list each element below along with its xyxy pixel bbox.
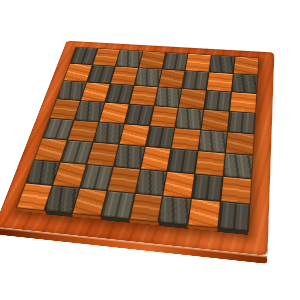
square-e2[interactable] [135, 170, 166, 196]
photo-background [0, 0, 300, 300]
square-g2[interactable] [192, 175, 222, 201]
square-d6[interactable] [130, 86, 158, 106]
square-h3[interactable] [224, 154, 253, 179]
square-h4[interactable] [226, 132, 254, 155]
square-f8[interactable] [186, 54, 211, 72]
square-h5[interactable] [228, 111, 255, 133]
square-g7[interactable] [207, 72, 233, 91]
chess-board[interactable] [0, 41, 274, 256]
square-d3[interactable] [114, 145, 145, 169]
square-g1[interactable] [189, 199, 220, 227]
square-g6[interactable] [205, 90, 231, 110]
square-g8[interactable] [210, 55, 235, 73]
square-e4[interactable] [145, 126, 174, 148]
square-f3[interactable] [168, 149, 198, 173]
square-f2[interactable] [164, 172, 195, 198]
square-h8[interactable] [234, 57, 259, 75]
square-e1[interactable] [130, 194, 163, 222]
square-f7[interactable] [183, 71, 209, 90]
square-f1[interactable] [159, 197, 191, 225]
square-c8[interactable] [116, 50, 142, 67]
square-f5[interactable] [176, 108, 204, 129]
square-c5[interactable] [99, 102, 128, 123]
square-e7[interactable] [158, 69, 184, 88]
square-h1[interactable] [219, 202, 250, 231]
square-f4[interactable] [172, 128, 201, 151]
square-h2[interactable] [221, 177, 251, 204]
square-d7[interactable] [134, 68, 161, 86]
square-e6[interactable] [154, 87, 181, 107]
square-e3[interactable] [141, 147, 171, 171]
square-g3[interactable] [196, 152, 225, 177]
square-h7[interactable] [232, 74, 257, 93]
square-c7[interactable] [111, 66, 138, 84]
square-d8[interactable] [139, 51, 165, 68]
square-d4[interactable] [119, 124, 149, 146]
square-f6[interactable] [179, 89, 206, 109]
square-e5[interactable] [150, 106, 178, 127]
square-d5[interactable] [125, 104, 154, 125]
square-c6[interactable] [105, 84, 133, 103]
square-d2[interactable] [107, 167, 139, 192]
square-d1[interactable] [101, 191, 134, 218]
square-e8[interactable] [162, 53, 188, 71]
square-h6[interactable] [230, 92, 256, 112]
square-g5[interactable] [202, 110, 229, 131]
square-g4[interactable] [199, 130, 227, 153]
